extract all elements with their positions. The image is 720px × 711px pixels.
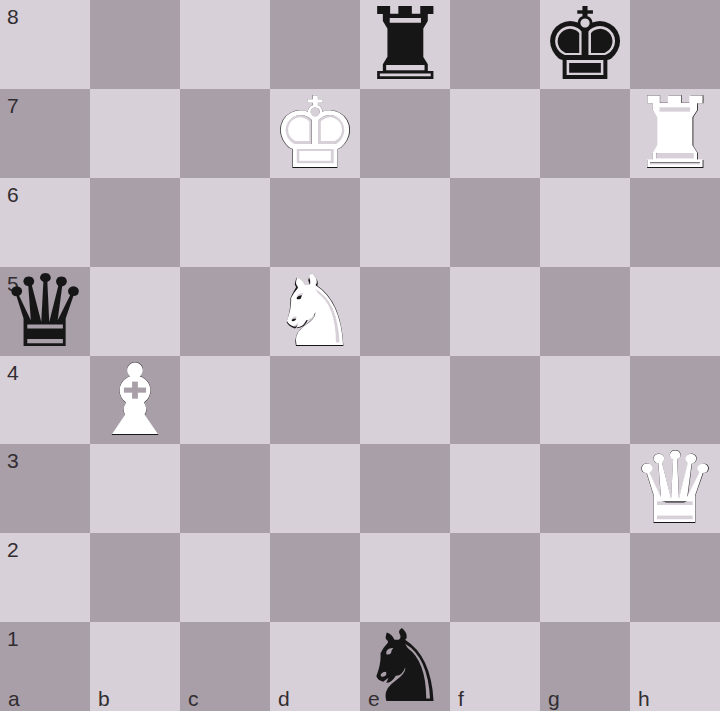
black-queen-glyph: ♛	[0, 267, 90, 356]
square-c7[interactable]	[180, 89, 270, 178]
square-g8[interactable]: ♚	[540, 0, 630, 89]
square-f7[interactable]	[450, 89, 540, 178]
square-f1[interactable]: f	[450, 622, 540, 711]
piece-black-knight[interactable]: ♞	[360, 622, 450, 711]
piece-white-queen[interactable]: ♛♕	[630, 444, 720, 533]
file-label-h: h	[638, 688, 650, 709]
rank-label-6: 6	[7, 184, 19, 205]
square-f8[interactable]	[450, 0, 540, 89]
file-label-d: d	[278, 688, 290, 709]
black-knight-glyph: ♞	[360, 622, 450, 711]
file-label-c: c	[188, 688, 199, 709]
square-a2[interactable]: 2	[0, 533, 90, 622]
rank-label-8: 8	[7, 6, 19, 27]
square-f6[interactable]	[450, 178, 540, 267]
square-b8[interactable]	[90, 0, 180, 89]
square-b7[interactable]	[90, 89, 180, 178]
square-a1[interactable]: 1a	[0, 622, 90, 711]
square-h5[interactable]	[630, 267, 720, 356]
square-c2[interactable]	[180, 533, 270, 622]
white-king-fill-glyph: ♚	[271, 90, 359, 177]
square-d5[interactable]: ♞♘	[270, 267, 360, 356]
square-g1[interactable]: g	[540, 622, 630, 711]
square-g4[interactable]	[540, 356, 630, 445]
square-a3[interactable]: 3	[0, 444, 90, 533]
square-e6[interactable]	[360, 178, 450, 267]
rank-label-7: 7	[7, 95, 19, 116]
square-b6[interactable]	[90, 178, 180, 267]
square-d2[interactable]	[270, 533, 360, 622]
square-g2[interactable]	[540, 533, 630, 622]
square-d7[interactable]: ♚♔	[270, 89, 360, 178]
square-c5[interactable]	[180, 267, 270, 356]
file-label-a: a	[8, 688, 20, 709]
white-queen-fill-glyph: ♛	[631, 445, 719, 532]
square-d3[interactable]	[270, 444, 360, 533]
square-e4[interactable]	[360, 356, 450, 445]
file-label-f: f	[458, 688, 464, 709]
square-e5[interactable]	[360, 267, 450, 356]
square-f2[interactable]	[450, 533, 540, 622]
square-a7[interactable]: 7	[0, 89, 90, 178]
square-e1[interactable]: e♞	[360, 622, 450, 711]
rank-label-2: 2	[7, 539, 19, 560]
square-g3[interactable]	[540, 444, 630, 533]
square-c6[interactable]	[180, 178, 270, 267]
black-king-glyph: ♚	[540, 0, 630, 89]
piece-white-bishop[interactable]: ♝♗	[90, 356, 180, 445]
square-h7[interactable]: ♜♖	[630, 89, 720, 178]
square-f4[interactable]	[450, 356, 540, 445]
square-f5[interactable]	[450, 267, 540, 356]
square-b4[interactable]: ♝♗	[90, 356, 180, 445]
square-a5[interactable]: 5♛	[0, 267, 90, 356]
square-c3[interactable]	[180, 444, 270, 533]
file-label-g: g	[548, 688, 560, 709]
rank-label-3: 3	[7, 450, 19, 471]
piece-white-knight[interactable]: ♞♘	[270, 267, 360, 356]
square-e8[interactable]: ♜	[360, 0, 450, 89]
square-c1[interactable]: c	[180, 622, 270, 711]
square-g5[interactable]	[540, 267, 630, 356]
square-b2[interactable]	[90, 533, 180, 622]
black-rook-glyph: ♜	[360, 0, 450, 89]
square-d1[interactable]: d	[270, 622, 360, 711]
white-rook-fill-glyph: ♜	[631, 90, 719, 177]
file-label-b: b	[98, 688, 110, 709]
square-f3[interactable]	[450, 444, 540, 533]
piece-white-rook[interactable]: ♜♖	[630, 89, 720, 178]
piece-black-king[interactable]: ♚	[540, 0, 630, 89]
square-e3[interactable]	[360, 444, 450, 533]
piece-white-king[interactable]: ♚♔	[270, 89, 360, 178]
white-knight-fill-glyph: ♞	[271, 268, 359, 355]
piece-black-rook[interactable]: ♜	[360, 0, 450, 89]
piece-black-queen[interactable]: ♛	[0, 267, 90, 356]
white-bishop-fill-glyph: ♝	[91, 356, 179, 443]
square-g6[interactable]	[540, 178, 630, 267]
rank-label-1: 1	[7, 628, 19, 649]
square-b1[interactable]: b	[90, 622, 180, 711]
square-c4[interactable]	[180, 356, 270, 445]
square-c8[interactable]	[180, 0, 270, 89]
chess-board: 8♜♚7♚♔♜♖65♛♞♘4♝♗3♛♕21abcde♞fgh	[0, 0, 720, 711]
square-h1[interactable]: h	[630, 622, 720, 711]
square-h3[interactable]: ♛♕	[630, 444, 720, 533]
square-a8[interactable]: 8	[0, 0, 90, 89]
